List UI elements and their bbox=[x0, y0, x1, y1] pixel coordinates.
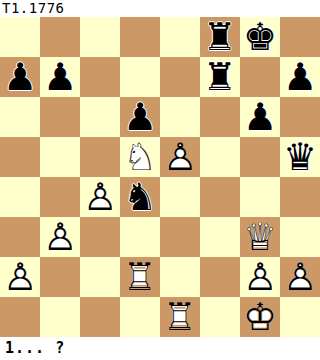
piece-outline: ♙ bbox=[80, 177, 120, 217]
piece-white-rook: ♜♖ bbox=[160, 297, 200, 337]
square-f2[interactable] bbox=[200, 257, 240, 297]
square-c2[interactable] bbox=[80, 257, 120, 297]
piece-outline: ♕ bbox=[240, 217, 280, 257]
square-d7[interactable] bbox=[120, 57, 160, 97]
piece-white-queen: ♛♕ bbox=[240, 217, 280, 257]
square-h1[interactable] bbox=[280, 297, 320, 337]
square-b7[interactable]: ♟ bbox=[40, 57, 80, 97]
piece-black-queen: ♛ bbox=[280, 137, 320, 177]
piece-white-king: ♚♔ bbox=[240, 297, 280, 337]
piece-black-pawn: ♟ bbox=[280, 57, 320, 97]
square-f1[interactable] bbox=[200, 297, 240, 337]
square-b8[interactable] bbox=[40, 17, 80, 57]
piece-outline: ♙ bbox=[40, 217, 80, 257]
square-e3[interactable] bbox=[160, 217, 200, 257]
square-d5[interactable]: ♞♘ bbox=[120, 137, 160, 177]
square-e6[interactable] bbox=[160, 97, 200, 137]
piece-black-pawn: ♟ bbox=[120, 97, 160, 137]
piece-outline: ♖ bbox=[120, 257, 160, 297]
square-f5[interactable] bbox=[200, 137, 240, 177]
square-h4[interactable] bbox=[280, 177, 320, 217]
square-a4[interactable] bbox=[0, 177, 40, 217]
square-h8[interactable] bbox=[280, 17, 320, 57]
square-f3[interactable] bbox=[200, 217, 240, 257]
piece-outline: ♘ bbox=[120, 137, 160, 177]
piece-white-pawn: ♟♙ bbox=[160, 137, 200, 177]
square-c6[interactable] bbox=[80, 97, 120, 137]
move-prompt: 1... ? bbox=[0, 337, 320, 360]
square-g3[interactable]: ♛♕ bbox=[240, 217, 280, 257]
square-g5[interactable] bbox=[240, 137, 280, 177]
piece-white-pawn: ♟♙ bbox=[280, 257, 320, 297]
square-c5[interactable] bbox=[80, 137, 120, 177]
square-d1[interactable] bbox=[120, 297, 160, 337]
piece-white-pawn: ♟♙ bbox=[240, 257, 280, 297]
square-b3[interactable]: ♟♙ bbox=[40, 217, 80, 257]
square-g7[interactable] bbox=[240, 57, 280, 97]
square-b6[interactable] bbox=[40, 97, 80, 137]
square-g6[interactable]: ♟ bbox=[240, 97, 280, 137]
square-h2[interactable]: ♟♙ bbox=[280, 257, 320, 297]
piece-black-pawn: ♟ bbox=[240, 97, 280, 137]
square-h5[interactable]: ♛ bbox=[280, 137, 320, 177]
square-d8[interactable] bbox=[120, 17, 160, 57]
square-b1[interactable] bbox=[40, 297, 80, 337]
piece-black-pawn: ♟ bbox=[0, 57, 40, 97]
piece-outline: ♙ bbox=[0, 257, 40, 297]
piece-outline: ♖ bbox=[160, 297, 200, 337]
square-c4[interactable]: ♟♙ bbox=[80, 177, 120, 217]
square-g1[interactable]: ♚♔ bbox=[240, 297, 280, 337]
piece-outline: ♔ bbox=[240, 297, 280, 337]
piece-outline: ♙ bbox=[240, 257, 280, 297]
square-a8[interactable] bbox=[0, 17, 40, 57]
square-b2[interactable] bbox=[40, 257, 80, 297]
piece-white-knight: ♞♘ bbox=[120, 137, 160, 177]
piece-black-knight: ♞ bbox=[120, 177, 160, 217]
square-e1[interactable]: ♜♖ bbox=[160, 297, 200, 337]
piece-white-pawn: ♟♙ bbox=[0, 257, 40, 297]
square-c1[interactable] bbox=[80, 297, 120, 337]
piece-black-king: ♚ bbox=[240, 17, 280, 57]
piece-white-pawn: ♟♙ bbox=[80, 177, 120, 217]
square-h7[interactable]: ♟ bbox=[280, 57, 320, 97]
piece-black-pawn: ♟ bbox=[40, 57, 80, 97]
square-d2[interactable]: ♜♖ bbox=[120, 257, 160, 297]
square-f7[interactable]: ♜ bbox=[200, 57, 240, 97]
square-a5[interactable] bbox=[0, 137, 40, 177]
square-e7[interactable] bbox=[160, 57, 200, 97]
piece-black-rook: ♜ bbox=[200, 17, 240, 57]
square-b4[interactable] bbox=[40, 177, 80, 217]
piece-white-rook: ♜♖ bbox=[120, 257, 160, 297]
square-f4[interactable] bbox=[200, 177, 240, 217]
square-f6[interactable] bbox=[200, 97, 240, 137]
square-g8[interactable]: ♚ bbox=[240, 17, 280, 57]
piece-black-rook: ♜ bbox=[200, 57, 240, 97]
square-a1[interactable] bbox=[0, 297, 40, 337]
square-e4[interactable] bbox=[160, 177, 200, 217]
square-h3[interactable] bbox=[280, 217, 320, 257]
square-d3[interactable] bbox=[120, 217, 160, 257]
square-c7[interactable] bbox=[80, 57, 120, 97]
square-a3[interactable] bbox=[0, 217, 40, 257]
square-e5[interactable]: ♟♙ bbox=[160, 137, 200, 177]
square-f8[interactable]: ♜ bbox=[200, 17, 240, 57]
square-c3[interactable] bbox=[80, 217, 120, 257]
square-a2[interactable]: ♟♙ bbox=[0, 257, 40, 297]
square-b5[interactable] bbox=[40, 137, 80, 177]
square-d4[interactable]: ♞ bbox=[120, 177, 160, 217]
square-a7[interactable]: ♟ bbox=[0, 57, 40, 97]
chess-board: ♜♚♟♟♜♟♟♟♞♘♟♙♛♟♙♞♟♙♛♕♟♙♜♖♟♙♟♙♜♖♚♔ bbox=[0, 17, 320, 337]
square-c8[interactable] bbox=[80, 17, 120, 57]
piece-outline: ♙ bbox=[280, 257, 320, 297]
square-g4[interactable] bbox=[240, 177, 280, 217]
chess-puzzle-window: T1.1776 ♜♚♟♟♜♟♟♟♞♘♟♙♛♟♙♞♟♙♛♕♟♙♜♖♟♙♟♙♜♖♚♔… bbox=[0, 0, 320, 360]
square-e2[interactable] bbox=[160, 257, 200, 297]
square-d6[interactable]: ♟ bbox=[120, 97, 160, 137]
piece-white-pawn: ♟♙ bbox=[40, 217, 80, 257]
square-h6[interactable] bbox=[280, 97, 320, 137]
piece-outline: ♙ bbox=[160, 137, 200, 177]
square-g2[interactable]: ♟♙ bbox=[240, 257, 280, 297]
square-e8[interactable] bbox=[160, 17, 200, 57]
square-a6[interactable] bbox=[0, 97, 40, 137]
